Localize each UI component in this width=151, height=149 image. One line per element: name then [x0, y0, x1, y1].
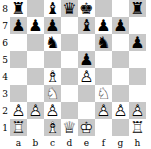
square-c6[interactable]: ♞	[44, 34, 61, 51]
rank-label-2: 2	[0, 102, 10, 119]
square-a6[interactable]	[10, 34, 27, 51]
square-g2[interactable]: ♟♙	[112, 102, 129, 119]
square-b8[interactable]	[27, 0, 44, 17]
square-h5[interactable]	[129, 51, 146, 68]
square-e1[interactable]: ♚♔	[78, 119, 95, 136]
square-d4[interactable]	[61, 68, 78, 85]
piece-outline: ♙	[112, 102, 129, 119]
file-label-b: b	[27, 136, 44, 149]
piece-white-pawn: ♟♙	[78, 68, 95, 85]
piece-black-pawn: ♟	[44, 17, 61, 34]
file-label-d: d	[61, 136, 78, 149]
piece-black-rook: ♜	[129, 0, 146, 17]
square-g8[interactable]	[112, 0, 129, 17]
piece-black-pawn: ♟	[112, 17, 129, 34]
square-f3[interactable]: ♞♘	[95, 85, 112, 102]
piece-outline: ♙	[27, 102, 44, 119]
piece-outline: ♙	[10, 102, 27, 119]
piece-outline: ♙	[44, 102, 61, 119]
file-label-e: e	[78, 136, 95, 149]
square-h6[interactable]: ♟	[129, 34, 146, 51]
square-b1[interactable]	[27, 119, 44, 136]
file-label-a: a	[10, 136, 27, 149]
square-g7[interactable]: ♟	[112, 17, 129, 34]
square-g1[interactable]	[112, 119, 129, 136]
square-a1[interactable]: ♜♖	[10, 119, 27, 136]
square-b5[interactable]	[27, 51, 44, 68]
square-g4[interactable]	[112, 68, 129, 85]
square-f1[interactable]	[95, 119, 112, 136]
rank-label-8: 8	[0, 0, 10, 17]
square-a8[interactable]: ♜	[10, 0, 27, 17]
square-e2[interactable]	[78, 102, 95, 119]
square-f6[interactable]: ♞	[95, 34, 112, 51]
file-label-f: f	[95, 136, 112, 149]
rank-label-1: 1	[0, 119, 10, 136]
square-c3[interactable]: ♞♘	[44, 85, 61, 102]
piece-white-bishop: ♝♗	[44, 68, 61, 85]
square-h3[interactable]	[129, 85, 146, 102]
piece-white-bishop: ♝♗	[44, 119, 61, 136]
square-h8[interactable]: ♜	[129, 0, 146, 17]
square-b6[interactable]	[27, 34, 44, 51]
square-e4[interactable]: ♟♙	[78, 68, 95, 85]
square-d5[interactable]	[61, 51, 78, 68]
square-h2[interactable]: ♟♙	[129, 102, 146, 119]
rank-label-5: 5	[0, 51, 10, 68]
piece-white-pawn: ♟♙	[27, 102, 44, 119]
piece-white-pawn: ♟♙	[129, 102, 146, 119]
square-b3[interactable]	[27, 85, 44, 102]
piece-outline: ♘	[95, 85, 112, 102]
square-c8[interactable]: ♝	[44, 0, 61, 17]
square-f8[interactable]	[95, 0, 112, 17]
square-e7[interactable]: ♝	[78, 17, 95, 34]
square-a7[interactable]: ♟	[10, 17, 27, 34]
piece-black-knight: ♞	[44, 34, 61, 51]
piece-black-pawn: ♟	[95, 17, 112, 34]
rank-label-7: 7	[0, 17, 10, 34]
square-d2[interactable]	[61, 102, 78, 119]
square-b2[interactable]: ♟♙	[27, 102, 44, 119]
piece-white-pawn: ♟♙	[95, 102, 112, 119]
file-label-c: c	[44, 136, 61, 149]
square-h1[interactable]: ♜♖	[129, 119, 146, 136]
square-e8[interactable]: ♚	[78, 0, 95, 17]
piece-white-rook: ♜♖	[10, 119, 27, 136]
square-h4[interactable]	[129, 68, 146, 85]
file-label-g: g	[112, 136, 129, 149]
piece-outline: ♙	[95, 102, 112, 119]
square-d1[interactable]: ♛♕	[61, 119, 78, 136]
piece-white-rook: ♜♖	[129, 119, 146, 136]
square-f7[interactable]: ♟	[95, 17, 112, 34]
square-f4[interactable]	[95, 68, 112, 85]
rank-label-3: 3	[0, 85, 10, 102]
piece-white-pawn: ♟♙	[44, 102, 61, 119]
piece-black-king: ♚	[78, 0, 95, 17]
piece-outline: ♙	[129, 102, 146, 119]
piece-white-queen: ♛♕	[61, 119, 78, 136]
square-b7[interactable]: ♟	[27, 17, 44, 34]
square-c4[interactable]: ♝♗	[44, 68, 61, 85]
square-d8[interactable]: ♛	[61, 0, 78, 17]
square-f2[interactable]: ♟♙	[95, 102, 112, 119]
square-e3[interactable]	[78, 85, 95, 102]
piece-black-pawn: ♟	[129, 34, 146, 51]
rank-labels: 87654321	[0, 0, 10, 136]
piece-outline: ♖	[129, 119, 146, 136]
file-labels: abcdefgh	[10, 136, 146, 149]
piece-white-pawn: ♟♙	[112, 102, 129, 119]
square-a5[interactable]	[10, 51, 27, 68]
square-c7[interactable]: ♟	[44, 17, 61, 34]
piece-black-rook: ♜	[10, 0, 27, 17]
file-label-h: h	[129, 136, 146, 149]
square-c2[interactable]: ♟♙	[44, 102, 61, 119]
piece-outline: ♙	[78, 68, 95, 85]
square-b4[interactable]	[27, 68, 44, 85]
square-g3[interactable]	[112, 85, 129, 102]
piece-black-knight: ♞	[95, 34, 112, 51]
square-c1[interactable]: ♝♗	[44, 119, 61, 136]
rank-label-6: 6	[0, 34, 10, 51]
piece-black-pawn: ♟	[10, 17, 27, 34]
square-f5[interactable]	[95, 51, 112, 68]
square-d7[interactable]	[61, 17, 78, 34]
piece-black-pawn: ♟	[27, 17, 44, 34]
square-a3[interactable]	[10, 85, 27, 102]
square-d3[interactable]	[61, 85, 78, 102]
square-e6[interactable]	[78, 34, 95, 51]
square-g6[interactable]	[112, 34, 129, 51]
square-c5[interactable]	[44, 51, 61, 68]
square-g5[interactable]	[112, 51, 129, 68]
square-d6[interactable]	[61, 34, 78, 51]
piece-white-knight: ♞♘	[44, 85, 61, 102]
square-a2[interactable]: ♟♙	[10, 102, 27, 119]
piece-white-pawn: ♟♙	[10, 102, 27, 119]
chess-diagram: 87654321 ♜♝♛♚♜♟♟♟♝♟♟♞♞♟♟♝♗♟♙♞♘♞♘♟♙♟♙♟♙♟♙…	[0, 0, 151, 149]
rank-label-4: 4	[0, 68, 10, 85]
piece-outline: ♗	[44, 119, 61, 136]
piece-outline: ♘	[44, 85, 61, 102]
piece-outline: ♔	[78, 119, 95, 136]
piece-outline: ♖	[10, 119, 27, 136]
square-h7[interactable]	[129, 17, 146, 34]
square-e5[interactable]: ♟	[78, 51, 95, 68]
piece-black-bishop: ♝	[78, 17, 95, 34]
piece-outline: ♕	[61, 119, 78, 136]
piece-white-king: ♚♔	[78, 119, 95, 136]
piece-black-queen: ♛	[61, 0, 78, 17]
piece-white-knight: ♞♘	[95, 85, 112, 102]
piece-black-pawn: ♟	[78, 51, 95, 68]
piece-outline: ♗	[44, 68, 61, 85]
piece-black-bishop: ♝	[44, 0, 61, 17]
square-a4[interactable]	[10, 68, 27, 85]
board: ♜♝♛♚♜♟♟♟♝♟♟♞♞♟♟♝♗♟♙♞♘♞♘♟♙♟♙♟♙♟♙♟♙♟♙♜♖♝♗♛…	[10, 0, 146, 136]
